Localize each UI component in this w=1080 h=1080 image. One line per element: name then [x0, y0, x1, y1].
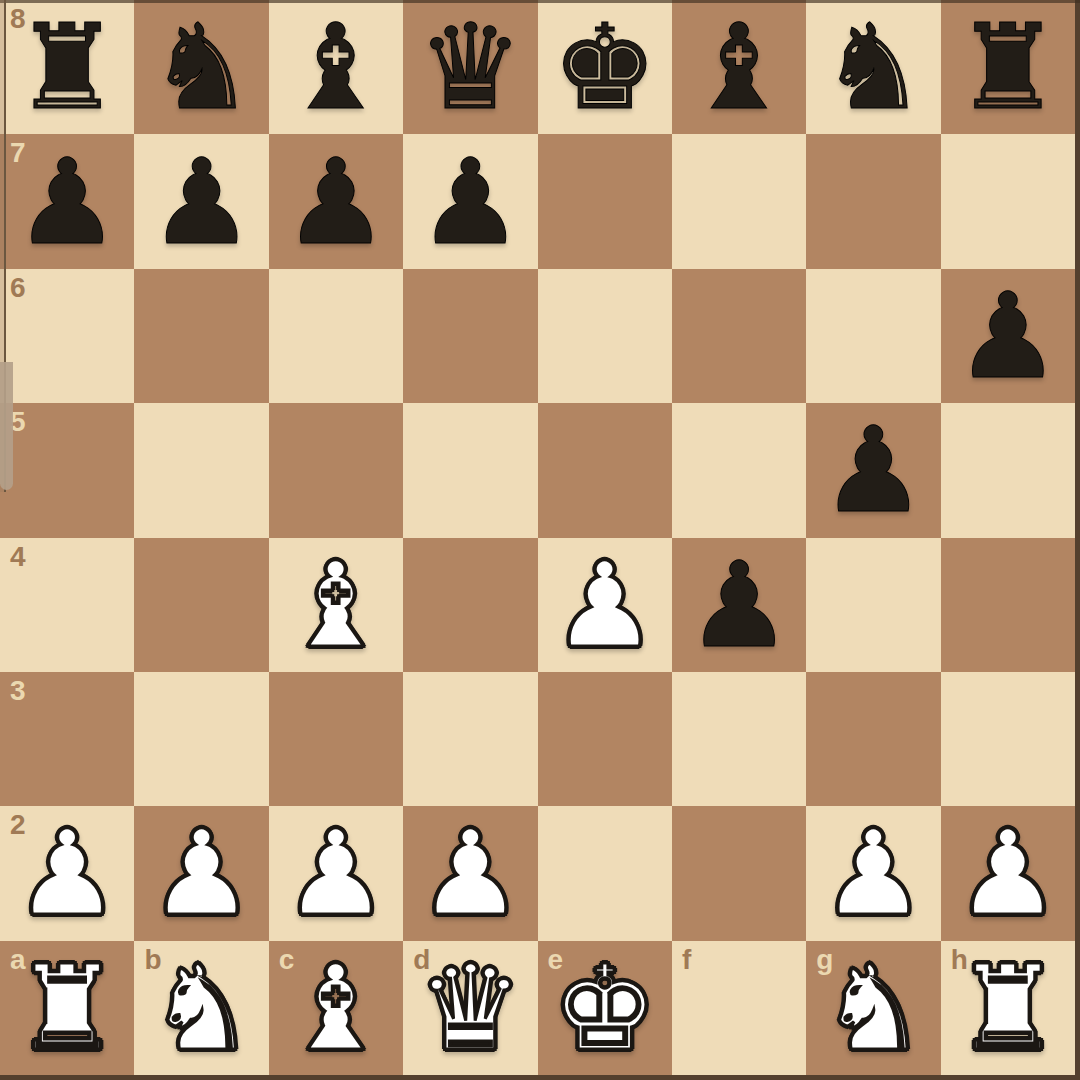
square-h3[interactable]: [941, 672, 1075, 806]
white-knight-piece[interactable]: ♞: [806, 941, 940, 1075]
white-pawn-piece[interactable]: ♟: [941, 806, 1075, 940]
black-bishop-piece[interactable]: ♝: [672, 0, 806, 134]
black-pawn-piece[interactable]: ♟: [806, 403, 940, 537]
square-a3[interactable]: 3: [0, 672, 134, 806]
square-b5[interactable]: [134, 403, 268, 537]
square-b6[interactable]: [134, 269, 268, 403]
square-e3[interactable]: [538, 672, 672, 806]
square-f5[interactable]: [672, 403, 806, 537]
black-knight-piece[interactable]: ♞: [134, 0, 268, 134]
square-c5[interactable]: [269, 403, 403, 537]
square-f8[interactable]: ♝: [672, 0, 806, 134]
square-b3[interactable]: [134, 672, 268, 806]
square-e6[interactable]: [538, 269, 672, 403]
black-knight-piece[interactable]: ♞: [806, 0, 940, 134]
square-d1[interactable]: d♛: [403, 941, 537, 1075]
square-f2[interactable]: [672, 806, 806, 940]
white-rook-piece[interactable]: ♜: [941, 941, 1075, 1075]
square-c4[interactable]: ♝: [269, 538, 403, 672]
square-d6[interactable]: [403, 269, 537, 403]
square-f3[interactable]: [672, 672, 806, 806]
square-c6[interactable]: [269, 269, 403, 403]
white-queen-piece[interactable]: ♛: [403, 941, 537, 1075]
square-h5[interactable]: [941, 403, 1075, 537]
square-h7[interactable]: [941, 134, 1075, 268]
square-e7[interactable]: [538, 134, 672, 268]
square-c3[interactable]: [269, 672, 403, 806]
white-bishop-piece[interactable]: ♝: [269, 538, 403, 672]
chess-board[interactable]: 8♜♞♝♛♚♝♞♜7♟♟♟♟6♟5♟4♝♟♟32♟♟♟♟♟♟a♜b♞c♝d♛e♚…: [0, 0, 1075, 1075]
square-h4[interactable]: [941, 538, 1075, 672]
square-e4[interactable]: ♟: [538, 538, 672, 672]
square-g4[interactable]: [806, 538, 940, 672]
rank-label-4: 4: [10, 543, 26, 571]
square-e5[interactable]: [538, 403, 672, 537]
square-g1[interactable]: g♞: [806, 941, 940, 1075]
white-pawn-piece[interactable]: ♟: [806, 806, 940, 940]
white-knight-piece[interactable]: ♞: [134, 941, 268, 1075]
black-bishop-piece[interactable]: ♝: [269, 0, 403, 134]
square-g3[interactable]: [806, 672, 940, 806]
square-d7[interactable]: ♟: [403, 134, 537, 268]
square-b2[interactable]: ♟: [134, 806, 268, 940]
square-a5[interactable]: 5: [0, 403, 134, 537]
square-c1[interactable]: c♝: [269, 941, 403, 1075]
black-queen-piece[interactable]: ♛: [403, 0, 537, 134]
square-b8[interactable]: ♞: [134, 0, 268, 134]
white-rook-piece[interactable]: ♜: [0, 941, 134, 1075]
white-pawn-piece[interactable]: ♟: [0, 806, 134, 940]
black-rook-piece[interactable]: ♜: [941, 0, 1075, 134]
square-h8[interactable]: ♜: [941, 0, 1075, 134]
square-d5[interactable]: [403, 403, 537, 537]
black-pawn-piece[interactable]: ♟: [941, 269, 1075, 403]
rank-label-6: 6: [10, 274, 26, 302]
square-d3[interactable]: [403, 672, 537, 806]
rank-label-3: 3: [10, 677, 26, 705]
square-h6[interactable]: ♟: [941, 269, 1075, 403]
black-pawn-piece[interactable]: ♟: [672, 538, 806, 672]
square-b4[interactable]: [134, 538, 268, 672]
white-pawn-piece[interactable]: ♟: [403, 806, 537, 940]
square-b7[interactable]: ♟: [134, 134, 268, 268]
black-pawn-piece[interactable]: ♟: [0, 134, 134, 268]
white-pawn-piece[interactable]: ♟: [269, 806, 403, 940]
white-bishop-piece[interactable]: ♝: [269, 941, 403, 1075]
square-g8[interactable]: ♞: [806, 0, 940, 134]
board-top-edge: [0, 0, 1080, 3]
square-a4[interactable]: 4: [0, 538, 134, 672]
square-d2[interactable]: ♟: [403, 806, 537, 940]
square-e2[interactable]: [538, 806, 672, 940]
file-label-f: f: [682, 946, 691, 974]
square-b1[interactable]: b♞: [134, 941, 268, 1075]
white-king-piece[interactable]: ♚: [538, 941, 672, 1075]
black-rook-piece[interactable]: ♜: [0, 0, 134, 134]
square-c8[interactable]: ♝: [269, 0, 403, 134]
square-c2[interactable]: ♟: [269, 806, 403, 940]
square-a2[interactable]: 2♟: [0, 806, 134, 940]
square-g7[interactable]: [806, 134, 940, 268]
square-f6[interactable]: [672, 269, 806, 403]
square-a7[interactable]: 7♟: [0, 134, 134, 268]
square-f1[interactable]: f: [672, 941, 806, 1075]
square-d8[interactable]: ♛: [403, 0, 537, 134]
white-pawn-piece[interactable]: ♟: [134, 806, 268, 940]
square-a1[interactable]: a♜: [0, 941, 134, 1075]
black-pawn-piece[interactable]: ♟: [403, 134, 537, 268]
square-c7[interactable]: ♟: [269, 134, 403, 268]
square-f7[interactable]: [672, 134, 806, 268]
white-pawn-piece[interactable]: ♟: [538, 538, 672, 672]
square-g6[interactable]: [806, 269, 940, 403]
square-h2[interactable]: ♟: [941, 806, 1075, 940]
square-a6[interactable]: 6: [0, 269, 134, 403]
square-g5[interactable]: ♟: [806, 403, 940, 537]
square-f4[interactable]: ♟: [672, 538, 806, 672]
square-e8[interactable]: ♚: [538, 0, 672, 134]
square-h1[interactable]: h♜: [941, 941, 1075, 1075]
black-pawn-piece[interactable]: ♟: [134, 134, 268, 268]
scroll-thumb[interactable]: [0, 362, 13, 490]
square-g2[interactable]: ♟: [806, 806, 940, 940]
square-d4[interactable]: [403, 538, 537, 672]
black-pawn-piece[interactable]: ♟: [269, 134, 403, 268]
square-a8[interactable]: 8♜: [0, 0, 134, 134]
square-e1[interactable]: e♚: [538, 941, 672, 1075]
black-king-piece[interactable]: ♚: [538, 0, 672, 134]
